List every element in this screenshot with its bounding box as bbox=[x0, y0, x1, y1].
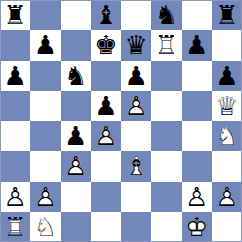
black-rook-piece[interactable]: ♜ bbox=[0, 0, 30, 30]
square-e5[interactable]: ♟♙ bbox=[121, 91, 151, 121]
square-d1[interactable] bbox=[91, 212, 121, 242]
square-d6[interactable] bbox=[91, 61, 121, 91]
white-piece-outline: ♖ bbox=[3, 214, 26, 240]
white-piece-outline: ♘ bbox=[34, 214, 57, 240]
white-bishop-piece[interactable]: ♝♗ bbox=[121, 151, 151, 181]
white-pawn-piece[interactable]: ♟♙ bbox=[182, 182, 212, 212]
square-h5[interactable]: ♛♕ bbox=[212, 91, 242, 121]
black-knight-piece[interactable]: ♞ bbox=[61, 61, 91, 91]
square-f2[interactable] bbox=[151, 182, 181, 212]
white-rook-piece[interactable]: ♜♖ bbox=[151, 30, 181, 60]
white-piece-outline: ♙ bbox=[34, 184, 57, 210]
chess-board: ♜♝♞♜♟♚♛♜♖♟♟♞♟♟♟♟♙♛♕♟♟♙♞♘♟♙♝♗♟♙♟♙♟♙♟♙♜♖♞♘… bbox=[0, 0, 242, 242]
white-pawn-piece[interactable]: ♟♙ bbox=[121, 91, 151, 121]
black-piece-glyph: ♜ bbox=[3, 2, 26, 28]
square-h3[interactable] bbox=[212, 151, 242, 181]
square-h7[interactable] bbox=[212, 30, 242, 60]
square-d3[interactable] bbox=[91, 151, 121, 181]
black-piece-glyph: ♟ bbox=[34, 32, 57, 58]
square-g5[interactable] bbox=[182, 91, 212, 121]
square-h4[interactable]: ♞♘ bbox=[212, 121, 242, 151]
white-piece-outline: ♖ bbox=[155, 32, 178, 58]
square-g3[interactable] bbox=[182, 151, 212, 181]
square-g7[interactable]: ♟ bbox=[182, 30, 212, 60]
square-c7[interactable] bbox=[61, 30, 91, 60]
square-a2[interactable]: ♟♙ bbox=[0, 182, 30, 212]
black-piece-glyph: ♜ bbox=[215, 2, 238, 28]
square-e6[interactable]: ♟ bbox=[121, 61, 151, 91]
square-b7[interactable]: ♟ bbox=[30, 30, 60, 60]
square-f3[interactable] bbox=[151, 151, 181, 181]
white-piece-outline: ♙ bbox=[215, 184, 238, 210]
white-piece-outline: ♕ bbox=[215, 93, 238, 119]
white-piece-outline: ♙ bbox=[3, 184, 26, 210]
square-e2[interactable] bbox=[121, 182, 151, 212]
square-g6[interactable] bbox=[182, 61, 212, 91]
square-g1[interactable]: ♚♔ bbox=[182, 212, 212, 242]
black-pawn-piece[interactable]: ♟ bbox=[30, 30, 60, 60]
chess-board-container: ♜♝♞♜♟♚♛♜♖♟♟♞♟♟♟♟♙♛♕♟♟♙♞♘♟♙♝♗♟♙♟♙♟♙♟♙♜♖♞♘… bbox=[0, 0, 242, 242]
square-c2[interactable] bbox=[61, 182, 91, 212]
black-pawn-piece[interactable]: ♟ bbox=[91, 91, 121, 121]
square-g4[interactable] bbox=[182, 121, 212, 151]
black-piece-glyph: ♝ bbox=[94, 2, 117, 28]
black-piece-glyph: ♚ bbox=[94, 32, 117, 58]
square-a3[interactable] bbox=[0, 151, 30, 181]
black-piece-glyph: ♞ bbox=[155, 2, 178, 28]
white-piece-outline: ♔ bbox=[185, 214, 208, 240]
square-b6[interactable] bbox=[30, 61, 60, 91]
square-a1[interactable]: ♜♖ bbox=[0, 212, 30, 242]
square-h6[interactable]: ♟ bbox=[212, 61, 242, 91]
square-b3[interactable] bbox=[30, 151, 60, 181]
square-a8[interactable]: ♜ bbox=[0, 0, 30, 30]
square-b2[interactable]: ♟♙ bbox=[30, 182, 60, 212]
square-e7[interactable]: ♛ bbox=[121, 30, 151, 60]
square-a7[interactable] bbox=[0, 30, 30, 60]
black-pawn-piece[interactable]: ♟ bbox=[121, 61, 151, 91]
black-piece-glyph: ♟ bbox=[124, 63, 147, 89]
square-b4[interactable] bbox=[30, 121, 60, 151]
square-f1[interactable] bbox=[151, 212, 181, 242]
square-f7[interactable]: ♜♖ bbox=[151, 30, 181, 60]
square-d2[interactable] bbox=[91, 182, 121, 212]
square-g8[interactable] bbox=[182, 0, 212, 30]
square-a6[interactable]: ♟ bbox=[0, 61, 30, 91]
black-piece-glyph: ♟ bbox=[64, 123, 87, 149]
square-f6[interactable] bbox=[151, 61, 181, 91]
square-b8[interactable] bbox=[30, 0, 60, 30]
black-piece-glyph: ♞ bbox=[64, 63, 87, 89]
square-d8[interactable]: ♝ bbox=[91, 0, 121, 30]
square-c8[interactable] bbox=[61, 0, 91, 30]
square-f4[interactable] bbox=[151, 121, 181, 151]
black-bishop-piece[interactable]: ♝ bbox=[91, 0, 121, 30]
white-pawn-piece[interactable]: ♟♙ bbox=[30, 182, 60, 212]
square-c4[interactable]: ♟ bbox=[61, 121, 91, 151]
white-piece-outline: ♙ bbox=[94, 123, 117, 149]
square-e8[interactable] bbox=[121, 0, 151, 30]
square-h1[interactable] bbox=[212, 212, 242, 242]
white-piece-outline: ♙ bbox=[185, 184, 208, 210]
black-piece-glyph: ♟ bbox=[215, 63, 238, 89]
white-pawn-piece[interactable]: ♟♙ bbox=[91, 121, 121, 151]
square-a4[interactable] bbox=[0, 121, 30, 151]
square-b5[interactable] bbox=[30, 91, 60, 121]
square-e4[interactable] bbox=[121, 121, 151, 151]
square-e3[interactable]: ♝♗ bbox=[121, 151, 151, 181]
white-knight-piece[interactable]: ♞♘ bbox=[212, 121, 242, 151]
white-piece-outline: ♗ bbox=[124, 153, 147, 179]
white-queen-piece[interactable]: ♛♕ bbox=[212, 91, 242, 121]
white-rook-piece[interactable]: ♜♖ bbox=[0, 212, 30, 242]
square-g2[interactable]: ♟♙ bbox=[182, 182, 212, 212]
square-f8[interactable]: ♞ bbox=[151, 0, 181, 30]
black-king-piece[interactable]: ♚ bbox=[91, 30, 121, 60]
square-h8[interactable]: ♜ bbox=[212, 0, 242, 30]
square-a5[interactable] bbox=[0, 91, 30, 121]
square-c1[interactable] bbox=[61, 212, 91, 242]
black-piece-glyph: ♟ bbox=[3, 63, 26, 89]
square-b1[interactable]: ♞♘ bbox=[30, 212, 60, 242]
black-queen-piece[interactable]: ♛ bbox=[121, 30, 151, 60]
black-pawn-piece[interactable]: ♟ bbox=[212, 61, 242, 91]
square-d7[interactable]: ♚ bbox=[91, 30, 121, 60]
white-pawn-piece[interactable]: ♟♙ bbox=[212, 182, 242, 212]
square-d5[interactable]: ♟ bbox=[91, 91, 121, 121]
black-piece-glyph: ♛ bbox=[124, 32, 147, 58]
square-c3[interactable]: ♟♙ bbox=[61, 151, 91, 181]
white-piece-outline: ♙ bbox=[64, 153, 87, 179]
white-piece-outline: ♘ bbox=[215, 123, 238, 149]
black-pawn-piece[interactable]: ♟ bbox=[182, 30, 212, 60]
square-e1[interactable] bbox=[121, 212, 151, 242]
square-c5[interactable] bbox=[61, 91, 91, 121]
square-d4[interactable]: ♟♙ bbox=[91, 121, 121, 151]
white-king-piece[interactable]: ♚♔ bbox=[182, 212, 212, 242]
white-pawn-piece[interactable]: ♟♙ bbox=[61, 151, 91, 181]
square-f5[interactable] bbox=[151, 91, 181, 121]
white-piece-outline: ♙ bbox=[124, 93, 147, 119]
black-rook-piece[interactable]: ♜ bbox=[212, 0, 242, 30]
white-pawn-piece[interactable]: ♟♙ bbox=[0, 182, 30, 212]
black-piece-glyph: ♟ bbox=[185, 32, 208, 58]
black-knight-piece[interactable]: ♞ bbox=[151, 0, 181, 30]
square-c6[interactable]: ♞ bbox=[61, 61, 91, 91]
black-pawn-piece[interactable]: ♟ bbox=[0, 61, 30, 91]
black-piece-glyph: ♟ bbox=[94, 93, 117, 119]
square-h2[interactable]: ♟♙ bbox=[212, 182, 242, 212]
black-pawn-piece[interactable]: ♟ bbox=[61, 121, 91, 151]
white-knight-piece[interactable]: ♞♘ bbox=[30, 212, 60, 242]
